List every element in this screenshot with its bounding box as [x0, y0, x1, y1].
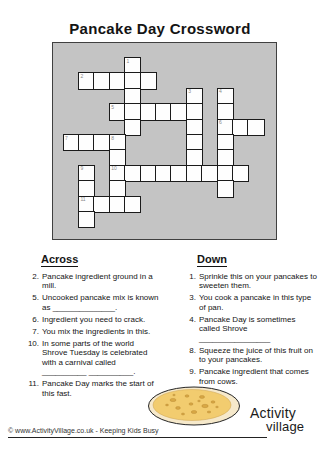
cell-number: 6: [219, 120, 222, 125]
pancake-image: [147, 385, 243, 429]
clue-item: 4.Pancake Day is sometimes called Shrove…: [184, 315, 320, 344]
clue-text: Uncooked pancake mix is known as _______…: [42, 293, 160, 312]
clue-text: Pancake Day marks the start of this fast…: [42, 379, 160, 398]
cell-number: 11: [80, 197, 85, 202]
activity-village-logo-line2: village: [266, 419, 304, 434]
clue-number: 4.: [184, 315, 196, 344]
cell-number: 2: [80, 74, 83, 79]
footer-credit: © www.ActivityVillage.co.uk - Keeping Ki…: [8, 427, 159, 434]
crossword-cell[interactable]: [140, 72, 157, 89]
clue-item: 10.In some parts of the world Shrove Tue…: [26, 339, 166, 377]
cell-number: 4: [219, 89, 222, 94]
across-clue-list: 2.Pancake ingredient ground in a mill.5.…: [26, 272, 166, 399]
across-clues: Across 2.Pancake ingredient ground in a …: [26, 249, 166, 401]
cell-number: 5: [111, 105, 114, 110]
clue-item: 11.Pancake Day marks the start of this f…: [26, 379, 166, 398]
footer-rule: [8, 437, 267, 438]
clue-number: 8.: [184, 346, 196, 365]
clue-number: 9.: [184, 367, 196, 386]
crossword-board: 1234567891011: [52, 42, 277, 240]
cell-number: 8: [111, 136, 114, 141]
clue-number: 2.: [26, 272, 39, 291]
clue-text: Sprinkle this on your pancakes to sweete…: [199, 272, 317, 291]
clue-number: 11.: [26, 379, 39, 398]
crossword-cell[interactable]: [247, 119, 264, 136]
clue-item: 1.Sprinkle this on your pancakes to swee…: [184, 272, 320, 291]
cell-number: 7: [65, 136, 68, 141]
clue-text: Pancake ingredient ground in a mill.: [42, 272, 160, 291]
crossword-cell[interactable]: [217, 180, 234, 197]
clue-text: You mix the ingredients in this.: [42, 327, 160, 337]
clue-text: Squeeze the juice of this fruit on to yo…: [199, 346, 317, 365]
clue-item: 7.You mix the ingredients in this.: [26, 327, 166, 337]
worksheet-page: Pancake Day Crossword 1234567891011 Acro…: [0, 0, 320, 452]
clue-number: 3.: [184, 293, 196, 312]
clue-item: 9.Pancake ingredient that comes from cow…: [184, 367, 320, 386]
across-header: Across: [41, 253, 78, 267]
down-clues: Down 1.Sprinkle this on your pancakes to…: [184, 249, 320, 389]
clue-item: 8.Squeeze the juice of this fruit on to …: [184, 346, 320, 365]
clue-text: In some parts of the world Shrove Tuesda…: [42, 339, 160, 377]
cell-number: 1: [127, 59, 130, 64]
page-title: Pancake Day Crossword: [0, 20, 320, 37]
clue-text: You cook a pancake in this type of pan.: [199, 293, 317, 312]
cell-number: 9: [80, 166, 83, 171]
clue-number: 10.: [26, 339, 39, 377]
clue-text: Pancake ingredient that comes from cows.: [199, 367, 317, 386]
clue-item: 6.Ingredient you need to crack.: [26, 315, 166, 325]
crossword-cell[interactable]: [124, 196, 141, 213]
down-header: Down: [197, 253, 227, 267]
crossword-cell[interactable]: [232, 165, 249, 182]
cell-number: 10: [111, 166, 117, 171]
crossword-cell[interactable]: [124, 119, 141, 136]
clue-number: 5.: [26, 293, 39, 312]
clue-number: 7.: [26, 327, 39, 337]
clue-number: 6.: [26, 315, 39, 325]
cell-number: 3: [188, 89, 191, 94]
down-clue-list: 1.Sprinkle this on your pancakes to swee…: [184, 272, 320, 387]
clue-item: 3.You cook a pancake in this type of pan…: [184, 293, 320, 312]
clue-item: 2.Pancake ingredient ground in a mill.: [26, 272, 166, 291]
clue-item: 5.Uncooked pancake mix is known as _____…: [26, 293, 166, 312]
clue-text: Ingredient you need to crack.: [42, 315, 160, 325]
clue-text: Pancake Day is sometimes called Shrove _…: [199, 315, 317, 344]
clue-number: 1.: [184, 272, 196, 291]
crossword-cell[interactable]: [78, 211, 95, 228]
